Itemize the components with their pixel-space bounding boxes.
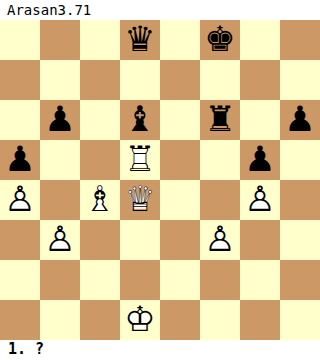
black-pawn-piece-icon: ♟ bbox=[280, 100, 320, 140]
square-g8[interactable] bbox=[240, 20, 280, 60]
square-c4[interactable]: ♝♗ bbox=[80, 180, 120, 220]
square-a3[interactable] bbox=[0, 220, 40, 260]
square-b7[interactable] bbox=[40, 60, 80, 100]
square-e8[interactable] bbox=[160, 20, 200, 60]
square-g1[interactable] bbox=[240, 300, 280, 340]
white-king-piece-icon: ♚♔ bbox=[120, 300, 160, 340]
square-c1[interactable] bbox=[80, 300, 120, 340]
square-b1[interactable] bbox=[40, 300, 80, 340]
square-f5[interactable] bbox=[200, 140, 240, 180]
square-a7[interactable] bbox=[0, 60, 40, 100]
square-g4[interactable]: ♟♙ bbox=[240, 180, 280, 220]
square-d2[interactable] bbox=[120, 260, 160, 300]
square-c8[interactable] bbox=[80, 20, 120, 60]
black-rook-piece-icon: ♜ bbox=[200, 100, 240, 140]
square-g6[interactable] bbox=[240, 100, 280, 140]
square-e3[interactable] bbox=[160, 220, 200, 260]
square-a4[interactable]: ♟♙ bbox=[0, 180, 40, 220]
white-pawn-piece-icon: ♟♙ bbox=[40, 220, 80, 260]
square-c3[interactable] bbox=[80, 220, 120, 260]
square-e5[interactable] bbox=[160, 140, 200, 180]
chess-gui-window: Arasan3.71 ♛♚♟♝♜♟♟♜♖♟♟♙♝♗♛♕♟♙♟♙♟♙♚♔ 1. ? bbox=[0, 0, 320, 360]
square-d8[interactable]: ♛ bbox=[120, 20, 160, 60]
engine-title: Arasan3.71 bbox=[0, 0, 320, 20]
square-g7[interactable] bbox=[240, 60, 280, 100]
square-h8[interactable] bbox=[280, 20, 320, 60]
square-g5[interactable]: ♟ bbox=[240, 140, 280, 180]
square-d5[interactable]: ♜♖ bbox=[120, 140, 160, 180]
square-c7[interactable] bbox=[80, 60, 120, 100]
square-c5[interactable] bbox=[80, 140, 120, 180]
square-f4[interactable] bbox=[200, 180, 240, 220]
square-f7[interactable] bbox=[200, 60, 240, 100]
square-e2[interactable] bbox=[160, 260, 200, 300]
square-f6[interactable]: ♜ bbox=[200, 100, 240, 140]
square-h1[interactable] bbox=[280, 300, 320, 340]
white-pawn-piece-icon: ♟♙ bbox=[200, 220, 240, 260]
white-rook-piece-icon: ♜♖ bbox=[120, 140, 160, 180]
square-a8[interactable] bbox=[0, 20, 40, 60]
square-b6[interactable]: ♟ bbox=[40, 100, 80, 140]
square-a2[interactable] bbox=[0, 260, 40, 300]
white-pawn-piece-icon: ♟♙ bbox=[240, 180, 280, 220]
square-h4[interactable] bbox=[280, 180, 320, 220]
square-c6[interactable] bbox=[80, 100, 120, 140]
square-f8[interactable]: ♚ bbox=[200, 20, 240, 60]
square-d7[interactable] bbox=[120, 60, 160, 100]
square-f2[interactable] bbox=[200, 260, 240, 300]
black-pawn-piece-icon: ♟ bbox=[240, 140, 280, 180]
square-b3[interactable]: ♟♙ bbox=[40, 220, 80, 260]
square-b4[interactable] bbox=[40, 180, 80, 220]
square-d3[interactable] bbox=[120, 220, 160, 260]
square-a6[interactable] bbox=[0, 100, 40, 140]
square-h3[interactable] bbox=[280, 220, 320, 260]
square-e7[interactable] bbox=[160, 60, 200, 100]
square-d6[interactable]: ♝ bbox=[120, 100, 160, 140]
square-h6[interactable]: ♟ bbox=[280, 100, 320, 140]
square-b2[interactable] bbox=[40, 260, 80, 300]
square-a5[interactable]: ♟ bbox=[0, 140, 40, 180]
white-pawn-piece-icon: ♟♙ bbox=[0, 180, 40, 220]
black-pawn-piece-icon: ♟ bbox=[0, 140, 40, 180]
square-g3[interactable] bbox=[240, 220, 280, 260]
square-h5[interactable] bbox=[280, 140, 320, 180]
square-f3[interactable]: ♟♙ bbox=[200, 220, 240, 260]
square-f1[interactable] bbox=[200, 300, 240, 340]
chess-board: ♛♚♟♝♜♟♟♜♖♟♟♙♝♗♛♕♟♙♟♙♟♙♚♔ bbox=[0, 20, 320, 340]
square-c2[interactable] bbox=[80, 260, 120, 300]
black-bishop-piece-icon: ♝ bbox=[120, 100, 160, 140]
square-h7[interactable] bbox=[280, 60, 320, 100]
move-prompt: 1. ? bbox=[0, 340, 320, 360]
square-e6[interactable] bbox=[160, 100, 200, 140]
square-g2[interactable] bbox=[240, 260, 280, 300]
square-a1[interactable] bbox=[0, 300, 40, 340]
square-b8[interactable] bbox=[40, 20, 80, 60]
square-e1[interactable] bbox=[160, 300, 200, 340]
square-h2[interactable] bbox=[280, 260, 320, 300]
black-pawn-piece-icon: ♟ bbox=[40, 100, 80, 140]
square-d4[interactable]: ♛♕ bbox=[120, 180, 160, 220]
white-bishop-piece-icon: ♝♗ bbox=[80, 180, 120, 220]
square-e4[interactable] bbox=[160, 180, 200, 220]
square-b5[interactable] bbox=[40, 140, 80, 180]
square-d1[interactable]: ♚♔ bbox=[120, 300, 160, 340]
black-king-piece-icon: ♚ bbox=[200, 20, 240, 60]
white-queen-piece-icon: ♛♕ bbox=[120, 180, 160, 220]
black-queen-piece-icon: ♛ bbox=[120, 20, 160, 60]
